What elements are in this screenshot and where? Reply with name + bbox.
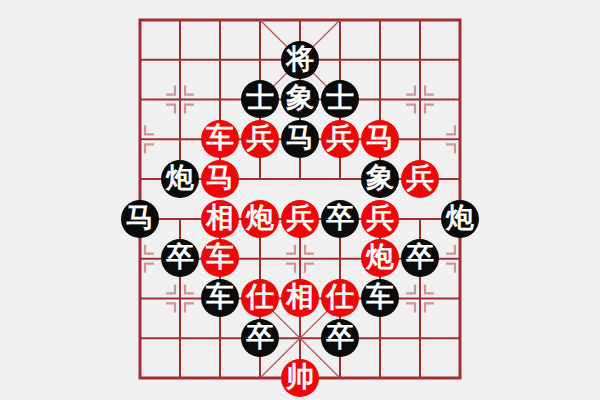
piece-black-cannon[interactable]: 炮 [441,200,479,238]
xiangqi-board: 将士象士车兵马兵马炮马象兵马相炮兵卒兵炮卒车炮卒车仕相仕车卒卒帅 [0,0,600,400]
piece-black-elephant[interactable]: 象 [281,80,319,118]
pieces-grid: 将士象士车兵马兵马炮马象兵马相炮兵卒兵炮卒车炮卒车仕相仕车卒卒帅 [120,0,480,398]
piece-red-chariot[interactable]: 车 [201,120,239,158]
piece-red-elephant[interactable]: 相 [281,279,319,317]
piece-black-soldier[interactable]: 卒 [321,200,359,238]
piece-red-advisor[interactable]: 仕 [241,279,279,317]
piece-black-general[interactable]: 将 [281,41,319,79]
piece-red-cannon[interactable]: 炮 [361,239,399,277]
piece-black-advisor[interactable]: 士 [241,80,279,118]
piece-red-soldier[interactable]: 兵 [361,200,399,238]
piece-black-chariot[interactable]: 车 [201,279,239,317]
piece-red-horse[interactable]: 马 [201,160,239,198]
piece-black-soldier[interactable]: 卒 [321,319,359,357]
piece-black-soldier[interactable]: 卒 [161,239,199,277]
piece-red-cannon[interactable]: 炮 [241,200,279,238]
piece-red-soldier[interactable]: 兵 [241,120,279,158]
piece-red-chariot[interactable]: 车 [201,239,239,277]
piece-red-elephant[interactable]: 相 [201,200,239,238]
piece-red-horse[interactable]: 马 [361,120,399,158]
piece-black-horse[interactable]: 马 [281,120,319,158]
piece-black-cannon[interactable]: 炮 [161,160,199,198]
piece-black-soldier[interactable]: 卒 [241,319,279,357]
piece-black-horse[interactable]: 马 [121,200,159,238]
piece-red-soldier[interactable]: 兵 [321,120,359,158]
piece-black-soldier[interactable]: 卒 [401,239,439,277]
piece-black-advisor[interactable]: 士 [321,80,359,118]
piece-red-general[interactable]: 帅 [281,359,319,397]
piece-red-advisor[interactable]: 仕 [321,279,359,317]
piece-black-elephant[interactable]: 象 [361,160,399,198]
piece-red-soldier[interactable]: 兵 [401,160,439,198]
piece-red-soldier[interactable]: 兵 [281,200,319,238]
piece-black-chariot[interactable]: 车 [361,279,399,317]
